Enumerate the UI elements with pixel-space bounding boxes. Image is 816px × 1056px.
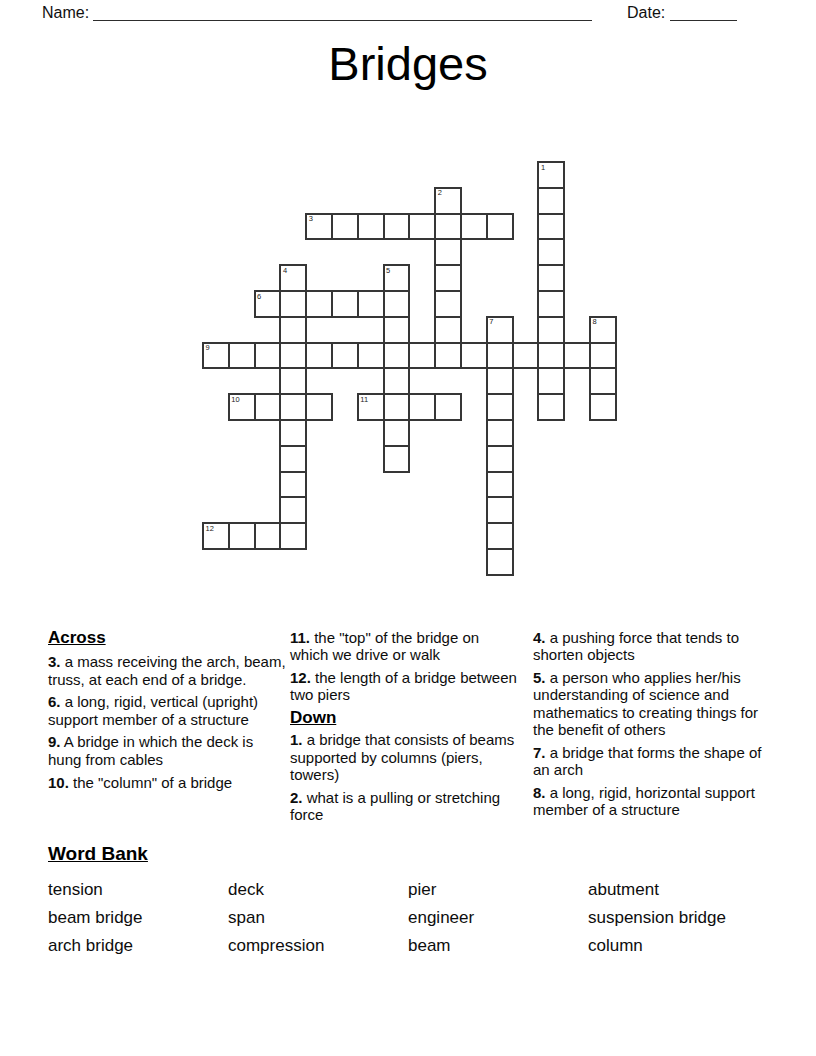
crossword-cell[interactable] bbox=[383, 367, 411, 395]
crossword-cell[interactable]: 6 bbox=[254, 290, 282, 318]
crossword-cell[interactable] bbox=[357, 290, 385, 318]
crossword-cell[interactable] bbox=[383, 342, 411, 370]
word-bank-word: arch bridge bbox=[48, 936, 228, 956]
clue-11: 11. the "top" of the bridge on which we … bbox=[290, 629, 518, 664]
clue-6: 6. a long, rigid, vertical (upright) sup… bbox=[48, 693, 286, 728]
crossword-cell[interactable] bbox=[486, 471, 514, 499]
word-bank-word: beam bridge bbox=[48, 908, 228, 928]
word-bank-word: compression bbox=[228, 936, 408, 956]
crossword-cell[interactable] bbox=[486, 522, 514, 550]
crossword-cell[interactable]: 7 bbox=[486, 316, 514, 344]
crossword-cell[interactable] bbox=[408, 393, 436, 421]
word-bank-word: span bbox=[228, 908, 408, 928]
crossword-cell[interactable] bbox=[434, 342, 462, 370]
crossword-cell[interactable]: 10 bbox=[228, 393, 256, 421]
crossword-cell[interactable] bbox=[357, 342, 385, 370]
crossword-cell[interactable] bbox=[434, 264, 462, 292]
word-bank: Word Bank tensiondeckpierabutmentbeam br… bbox=[48, 843, 778, 960]
crossword-cell[interactable] bbox=[254, 522, 282, 550]
clues-column-2: 11. the "top" of the bridge on which we … bbox=[290, 629, 518, 829]
crossword-cell[interactable] bbox=[486, 419, 514, 447]
word-bank-word: abutment bbox=[588, 880, 778, 900]
crossword-cell[interactable]: 1 bbox=[537, 161, 565, 189]
clues-column-3: 4. a pushing force that tends to shorten… bbox=[533, 629, 769, 824]
word-bank-word: column bbox=[588, 936, 778, 956]
crossword-cell[interactable] bbox=[279, 393, 307, 421]
crossword-cell[interactable] bbox=[486, 496, 514, 524]
crossword-cell[interactable] bbox=[383, 213, 411, 241]
crossword-cell[interactable] bbox=[331, 213, 359, 241]
crossword-cell[interactable] bbox=[537, 367, 565, 395]
name-blank-line[interactable] bbox=[93, 4, 592, 21]
crossword-cell[interactable] bbox=[279, 496, 307, 524]
clue-1: 1. a bridge that consists of beams suppo… bbox=[290, 731, 518, 783]
clue-number-3: 3 bbox=[309, 214, 313, 223]
clue-9: 9. A bridge in which the deck is hung fr… bbox=[48, 733, 286, 768]
crossword-cell[interactable] bbox=[383, 393, 411, 421]
crossword-cell[interactable] bbox=[279, 522, 307, 550]
crossword-cell[interactable] bbox=[305, 393, 333, 421]
down-heading: Down bbox=[290, 709, 518, 726]
word-bank-word: pier bbox=[408, 880, 588, 900]
name-label: Name: bbox=[42, 4, 89, 22]
crossword-cell[interactable] bbox=[537, 342, 565, 370]
crossword-cell[interactable] bbox=[305, 290, 333, 318]
crossword-cell[interactable] bbox=[537, 264, 565, 292]
crossword-cell[interactable] bbox=[434, 238, 462, 266]
clue-number-8: 8 bbox=[593, 317, 597, 326]
crossword-cell[interactable] bbox=[589, 367, 617, 395]
crossword-cell[interactable]: 4 bbox=[279, 264, 307, 292]
crossword-cell[interactable]: 2 bbox=[434, 187, 462, 215]
crossword-cell[interactable] bbox=[434, 393, 462, 421]
crossword-cell[interactable] bbox=[434, 290, 462, 318]
crossword-cell[interactable] bbox=[383, 290, 411, 318]
clue-12: 12. the length of a bridge between two p… bbox=[290, 669, 518, 704]
crossword-cell[interactable] bbox=[254, 393, 282, 421]
crossword-cell[interactable] bbox=[486, 445, 514, 473]
across-heading: Across bbox=[48, 629, 286, 646]
clue-number-6: 6 bbox=[257, 292, 261, 301]
crossword-cell[interactable] bbox=[434, 213, 462, 241]
clue-3: 3. a mass receiving the arch, beam, trus… bbox=[48, 653, 286, 688]
crossword-cell[interactable] bbox=[408, 213, 436, 241]
clue-number-9: 9 bbox=[206, 343, 210, 352]
crossword-cell[interactable] bbox=[589, 342, 617, 370]
crossword-cell[interactable] bbox=[279, 316, 307, 344]
clue-number-4: 4 bbox=[283, 266, 287, 275]
crossword-cell[interactable]: 5 bbox=[383, 264, 411, 292]
crossword-cell[interactable] bbox=[537, 316, 565, 344]
crossword-cell[interactable]: 9 bbox=[202, 342, 230, 370]
clue-5: 5. a person who applies her/his understa… bbox=[533, 669, 769, 738]
crossword-cell[interactable] bbox=[408, 342, 436, 370]
crossword-cell[interactable] bbox=[460, 213, 488, 241]
clue-number-5: 5 bbox=[386, 266, 390, 275]
crossword-cell[interactable] bbox=[589, 393, 617, 421]
clue-number-7: 7 bbox=[489, 317, 493, 326]
crossword-cell[interactable] bbox=[537, 187, 565, 215]
crossword-cell[interactable] bbox=[279, 290, 307, 318]
clue-number-12: 12 bbox=[206, 524, 214, 533]
crossword-cell[interactable]: 8 bbox=[589, 316, 617, 344]
clue-number-1: 1 bbox=[541, 163, 545, 172]
crossword-cell[interactable] bbox=[383, 445, 411, 473]
word-bank-word: engineer bbox=[408, 908, 588, 928]
word-bank-grid: tensiondeckpierabutmentbeam bridgespanen… bbox=[48, 876, 778, 960]
crossword-cell[interactable] bbox=[279, 445, 307, 473]
crossword-cell[interactable] bbox=[460, 342, 488, 370]
crossword-cell[interactable] bbox=[279, 419, 307, 447]
word-bank-word: beam bbox=[408, 936, 588, 956]
crossword-cell[interactable] bbox=[331, 290, 359, 318]
crossword-cell[interactable] bbox=[537, 290, 565, 318]
clue-8: 8. a long, rigid, horizontal support mem… bbox=[533, 784, 769, 819]
crossword-cell[interactable] bbox=[331, 342, 359, 370]
crossword-cell[interactable] bbox=[279, 342, 307, 370]
crossword-cell[interactable] bbox=[279, 471, 307, 499]
date-blank-line[interactable] bbox=[670, 4, 737, 21]
crossword-cell[interactable] bbox=[279, 367, 307, 395]
crossword-cell[interactable]: 12 bbox=[202, 522, 230, 550]
word-bank-word: tension bbox=[48, 880, 228, 900]
crossword-cell[interactable]: 3 bbox=[305, 213, 333, 241]
word-bank-word: deck bbox=[228, 880, 408, 900]
clues-column-1: Across3. a mass receiving the arch, beam… bbox=[48, 629, 286, 796]
crossword-cell[interactable] bbox=[512, 342, 540, 370]
crossword-cell[interactable] bbox=[537, 238, 565, 266]
clue-4: 4. a pushing force that tends to shorten… bbox=[533, 629, 769, 664]
date-label: Date: bbox=[627, 4, 665, 22]
word-bank-heading: Word Bank bbox=[48, 843, 778, 865]
clue-10: 10. the "column" of a bridge bbox=[48, 774, 286, 791]
clue-number-11: 11 bbox=[360, 395, 368, 404]
crossword-cell[interactable] bbox=[254, 342, 282, 370]
clue-number-2: 2 bbox=[438, 188, 442, 197]
crossword-cell[interactable] bbox=[486, 367, 514, 395]
crossword-cell[interactable] bbox=[537, 213, 565, 241]
worksheet-page: Name: Date: Bridges 123456789101112 Acro… bbox=[0, 0, 816, 1056]
word-bank-word: suspension bridge bbox=[588, 908, 778, 928]
clue-2: 2. what is a pulling or stretching force bbox=[290, 789, 518, 824]
crossword-cell[interactable] bbox=[486, 342, 514, 370]
crossword-cell[interactable] bbox=[486, 548, 514, 576]
crossword-cell[interactable]: 11 bbox=[357, 393, 385, 421]
clue-number-10: 10 bbox=[231, 395, 239, 404]
crossword-cell[interactable] bbox=[537, 393, 565, 421]
crossword-grid: 123456789101112 bbox=[202, 161, 620, 579]
crossword-cell[interactable] bbox=[486, 393, 514, 421]
puzzle-title: Bridges bbox=[0, 36, 816, 91]
crossword-cell[interactable] bbox=[434, 316, 462, 344]
crossword-cell[interactable] bbox=[357, 213, 385, 241]
crossword-cell[interactable] bbox=[383, 419, 411, 447]
crossword-cell[interactable] bbox=[228, 522, 256, 550]
crossword-cell[interactable] bbox=[383, 316, 411, 344]
clue-7: 7. a bridge that forms the shape of an a… bbox=[533, 744, 769, 779]
crossword-cell[interactable] bbox=[228, 342, 256, 370]
crossword-cell[interactable] bbox=[563, 342, 591, 370]
crossword-cell[interactable] bbox=[305, 342, 333, 370]
crossword-cell[interactable] bbox=[486, 213, 514, 241]
